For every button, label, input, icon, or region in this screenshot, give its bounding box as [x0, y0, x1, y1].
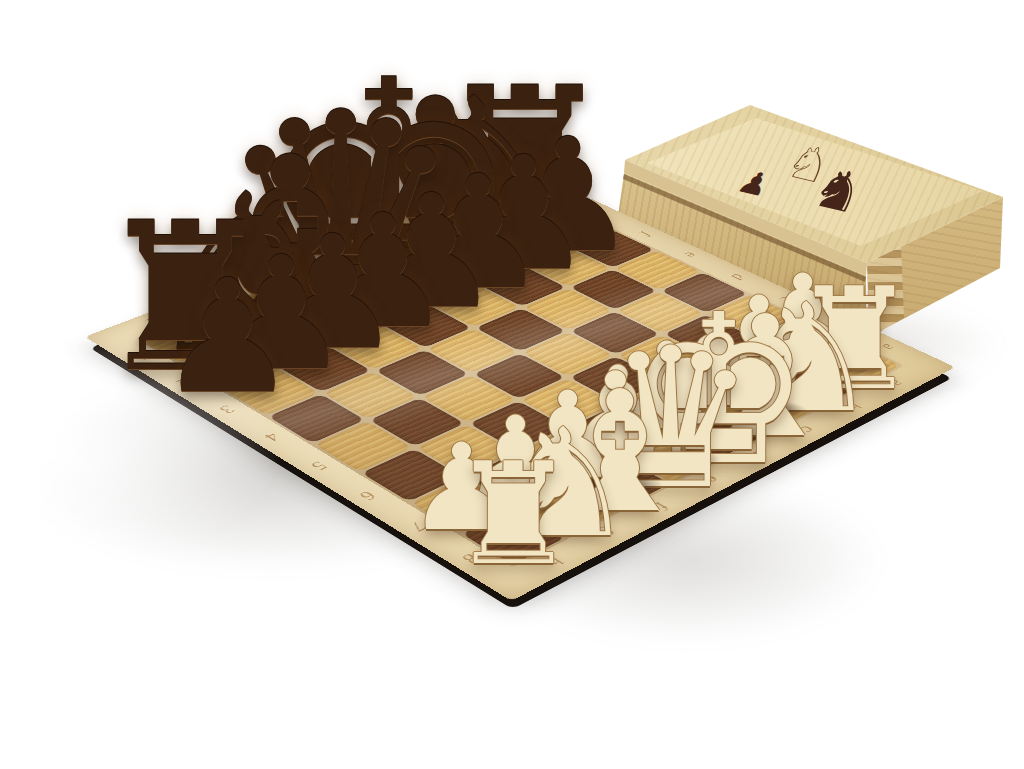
piece-black-pawn-a7[interactable]: ♟ [157, 259, 297, 416]
piece-layer: ♜♞♝♛♚♝♞♜♟♟♟♟♟♟♟♟♟♟♟♟♟♟♟♟♜♞♝♛♚♝♞♜ [0, 0, 1024, 769]
black-pawn-icon: ♟ [157, 259, 297, 416]
chess-set-photo-scene: ♟ ♘ ♞ hgfedcba 87654321 12345678 abcdefg… [0, 0, 1024, 769]
white-rook-icon: ♜ [450, 444, 576, 585]
piece-white-rook-a1[interactable]: ♜ [450, 444, 576, 585]
